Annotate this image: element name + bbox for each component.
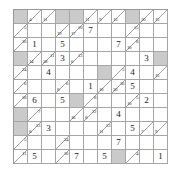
down-clue-number: 13 [113,17,117,22]
cell-r10c11-empty[interactable] [154,136,168,150]
cell-r8c2-clue: 7 [28,108,42,122]
across-clue-number: 5 [24,137,26,142]
cell-r2c6-given[interactable]: 7 [84,24,98,38]
down-clue-number: 11 [99,129,103,134]
cell-r9c9-given[interactable]: 5 [126,122,140,136]
cell-r7c9-clue: 105 [126,94,140,108]
across-clue-number: 13 [106,123,110,128]
cell-r5c7-block [98,66,112,80]
down-clue-number: 20 [113,87,117,92]
cell-r1c2-clue: 4 [28,10,42,24]
cell-r6c11-empty[interactable] [154,80,168,94]
down-clue-number: 4 [29,17,31,22]
cell-r11c4-clue: 16 [56,150,70,164]
cell-r11c8-block [112,150,126,164]
cell-r4c4-given[interactable]: 3 [56,52,70,66]
cell-r10c10-empty[interactable] [140,136,154,150]
cell-r10c7-empty[interactable] [98,136,112,150]
cell-r11c2-given[interactable]: 5 [28,150,42,164]
cell-r7c7-empty[interactable] [98,94,112,108]
cell-r2c7-empty[interactable] [98,24,112,38]
down-clue-number: 19 [57,31,61,36]
cell-r2c1-clue: 5 [14,24,28,38]
across-clue-number: 11 [22,151,26,156]
cell-r8c4-empty[interactable] [56,108,70,122]
cell-r8c1-block [14,108,28,122]
cell-r8c6-clue: 822 [84,108,98,122]
cell-r9c7-clue: 1113 [98,122,112,136]
across-clue-number: 13 [36,123,40,128]
cell-r8c10-empty[interactable] [140,108,154,122]
cell-r7c2-given[interactable]: 6 [28,94,42,108]
cell-r3c1-clue: 30 [14,38,28,52]
cell-r6c1-clue: 6 [14,80,28,94]
cell-r4c3-clue: 2811 [42,52,56,66]
across-clue-number: 11 [50,53,54,58]
cell-r9c11-clue: 9 [154,122,168,136]
cell-r8c5-clue: 16 [70,108,84,122]
cell-r3c8-given[interactable]: 7 [112,38,126,52]
cell-r9c5-empty[interactable] [70,122,84,136]
cell-r4c6-empty[interactable] [84,52,98,66]
cell-r3c9-clue: 108 [126,38,140,52]
cell-r6c2-empty[interactable] [28,80,42,94]
cell-r11c3-empty[interactable] [42,150,56,164]
cell-r6c7-clue: 10 [98,80,112,94]
cell-r5c11-clue: 15 [154,66,168,80]
across-clue-number: 10 [78,25,82,30]
down-clue-number: 16 [71,115,75,120]
cell-r4c2-clue: 14 [28,52,42,66]
cell-r3c5-empty[interactable] [70,38,84,52]
cell-r11c11-given[interactable]: 1 [154,150,168,164]
cell-r1c7-clue: 9 [98,10,112,24]
cell-r11c9-clue: 4 [126,150,140,164]
cell-r9c3-given[interactable]: 3 [42,122,56,136]
cell-r3c4-given[interactable]: 5 [56,38,70,52]
cell-r7c5-block [70,94,84,108]
cell-r4c8-empty[interactable] [112,52,126,66]
cell-r1c3-clue: 11 [42,10,56,24]
cell-r10c3-empty[interactable] [42,136,56,150]
down-clue-number: 15 [155,17,159,22]
across-clue-number: 30 [22,39,26,44]
across-clue-number: 5 [136,95,138,100]
cell-r6c8-clue: 2016 [112,80,126,94]
cell-r8c7-empty[interactable] [98,108,112,122]
cell-r7c11-empty[interactable] [154,94,168,108]
cell-r3c2-given[interactable]: 1 [28,38,42,52]
across-clue-number: 34 [64,137,68,142]
cell-r8c11-empty[interactable] [154,108,168,122]
down-clue-number: 8 [85,115,87,120]
down-clue-number: 8 [57,87,59,92]
cell-r3c6-empty[interactable] [84,38,98,52]
down-clue-number: 10 [127,101,131,106]
cell-r11c1-clue: 11 [14,150,28,164]
across-clue-number: 15 [134,25,138,30]
down-clue-number: 11 [85,17,89,22]
cell-r10c1-clue: 5 [14,136,28,150]
cell-r10c8-given[interactable]: 7 [112,136,126,150]
kakuro-board: 4111191320155191710715301571081428113613… [13,9,168,164]
cell-r9c8-empty[interactable] [112,122,126,136]
across-clue-number: 7 [38,109,40,114]
across-clue-number: 18 [22,95,26,100]
down-clue-number: 6 [71,59,73,64]
cell-r8c9-empty[interactable] [126,108,140,122]
down-clue-number: 20 [141,17,145,22]
cell-r1c5-block [70,10,84,24]
cell-r6c9-given[interactable]: 5 [126,80,140,94]
cell-r2c5-clue: 1710 [70,24,84,38]
cell-r9c4-empty[interactable] [56,122,70,136]
cell-r3c10-empty[interactable] [140,38,154,52]
cell-r2c10-empty[interactable] [140,24,154,38]
cell-r6c10-empty[interactable] [140,80,154,94]
cell-r9c10-clue: 7 [140,122,154,136]
cell-r3c7-empty[interactable] [98,38,112,52]
down-clue-number: 10 [99,87,103,92]
cell-r8c8-given[interactable]: 4 [112,108,126,122]
down-clue-number: 11 [43,17,47,22]
across-clue-number: 4 [136,151,138,156]
down-clue-number: 10 [127,45,131,50]
cell-r10c6-empty[interactable] [84,136,98,150]
across-clue-number: 6 [24,81,26,86]
cell-r11c7-given[interactable]: 5 [98,150,112,164]
cell-r5c5-empty[interactable] [70,66,84,80]
cell-r5c8-clue: 5 [112,66,126,80]
cell-r2c3-empty[interactable] [42,24,56,38]
down-clue-number: 15 [155,73,159,78]
down-clue-number: 7 [141,129,143,134]
cell-r7c10-given[interactable]: 2 [140,94,154,108]
down-clue-number: 17 [71,31,75,36]
cell-r6c6-given[interactable]: 1 [84,80,98,94]
cell-r9c2-clue: 813 [28,122,42,136]
down-clue-number: 8 [29,129,31,134]
cell-r10c5-empty[interactable] [70,136,84,150]
cell-r10c2-empty[interactable] [28,136,42,150]
cell-r1c6-clue: 11 [84,10,98,24]
down-clue-number: 28 [43,59,47,64]
across-clue-number: 13 [78,53,82,58]
cell-r3c3-empty[interactable] [42,38,56,52]
cell-r1c11-clue: 15 [154,10,168,24]
cell-r10c4-clue: 34 [56,136,70,150]
across-clue-number: 8 [94,95,96,100]
cell-r5c1-clue: 24 [14,66,28,80]
cell-r6c4-clue: 86 [56,80,70,94]
cell-r9c6-empty[interactable] [84,122,98,136]
down-clue-number: 9 [99,17,101,22]
across-clue-number: 16 [120,81,124,86]
cell-r7c8-empty[interactable] [112,94,126,108]
cell-r4c7-empty[interactable] [98,52,112,66]
cell-r11c6-empty[interactable] [84,150,98,164]
across-clue-number: 22 [92,109,96,114]
cell-r7c4-given[interactable]: 5 [56,94,70,108]
down-clue-number: 14 [29,59,33,64]
cell-r4c1-block [14,52,28,66]
across-clue-number: 5 [24,25,26,30]
cell-r2c11-empty[interactable] [154,24,168,38]
across-clue-number: 6 [66,81,68,86]
cell-r1c1-block [14,10,28,24]
down-clue-number: 9 [155,129,157,134]
cell-r1c8-clue: 13 [112,10,126,24]
cell-r4c11-block [154,52,168,66]
cell-r3c11-empty[interactable] [154,38,168,52]
across-clue-number: 24 [22,67,26,72]
cell-r9c1-block [14,122,28,136]
cell-r5c4-empty[interactable] [56,66,70,80]
cell-r10c9-empty[interactable] [126,136,140,150]
cell-r11c10-empty[interactable] [140,150,154,164]
cell-r5c6-empty[interactable] [84,66,98,80]
cell-r7c1-clue: 18 [14,94,28,108]
cell-r5c3-given[interactable]: 4 [42,66,56,80]
cell-r4c5-clue: 613 [70,52,84,66]
across-clue-number: 8 [136,39,138,44]
cell-r2c8-empty[interactable] [112,24,126,38]
cell-r11c5-given[interactable]: 7 [70,150,84,164]
cell-r1c4-block [56,10,70,24]
cell-r6c3-empty[interactable] [42,80,56,94]
across-clue-number: 16 [64,151,68,156]
cell-r5c10-empty[interactable] [140,66,154,80]
cell-r2c4-clue: 19 [56,24,70,38]
across-clue-number: 5 [122,67,124,72]
cell-r5c9-given[interactable]: 4 [126,66,140,80]
cell-r2c9-clue: 15 [126,24,140,38]
cell-r1c9-block [126,10,140,24]
cell-r4c9-empty[interactable] [126,52,140,66]
cell-r6c5-empty[interactable] [70,80,84,94]
cell-r8c3-empty[interactable] [42,108,56,122]
cell-r7c6-clue: 8 [84,94,98,108]
cell-r4c10-given[interactable]: 3 [140,52,154,66]
cell-r5c2-empty[interactable] [28,66,42,80]
cell-r2c2-empty[interactable] [28,24,42,38]
cell-r7c3-empty[interactable] [42,94,56,108]
cell-r1c10-clue: 20 [140,10,154,24]
